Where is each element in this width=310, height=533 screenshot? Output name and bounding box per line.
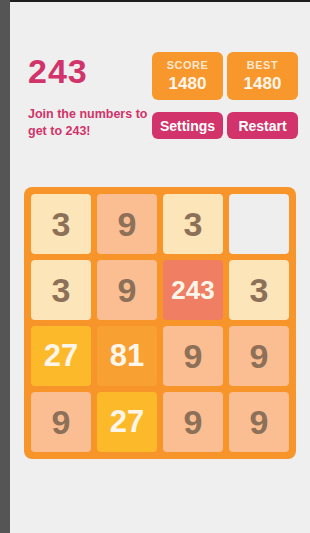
score-value: 1480 (169, 74, 207, 94)
tile-9: 9 (229, 326, 289, 386)
score-label: SCORE (167, 59, 209, 71)
tile-3: 3 (31, 194, 91, 254)
tile-9: 9 (31, 392, 91, 452)
tile-3: 3 (163, 194, 223, 254)
tile-9: 9 (97, 260, 157, 320)
empty-cell (229, 194, 289, 254)
tile-3: 3 (31, 260, 91, 320)
tile-9: 9 (163, 326, 223, 386)
tile-243: 243 (163, 260, 223, 320)
tile-27: 27 (31, 326, 91, 386)
board-grid[interactable]: 39339243327819992799 (24, 187, 296, 459)
tile-9: 9 (97, 194, 157, 254)
restart-button[interactable]: Restart (227, 112, 298, 139)
tile-81: 81 (97, 326, 157, 386)
goal-text-line1: Join the numbers to (28, 107, 147, 121)
goal-text-line2: get to 243! (28, 124, 91, 138)
goal-text: Join the numbers to get to 243! (28, 106, 168, 140)
settings-button[interactable]: Settings (152, 112, 223, 139)
score-box: SCORE 1480 (152, 52, 223, 100)
best-value: 1480 (244, 74, 282, 94)
tile-3: 3 (229, 260, 289, 320)
best-box: BEST 1480 (227, 52, 298, 100)
app-screen: 243 Join the numbers to get to 243! SCOR… (10, 0, 310, 533)
page-title: 243 (28, 53, 88, 89)
tile-27: 27 (97, 392, 157, 452)
tile-9: 9 (229, 392, 289, 452)
best-label: BEST (247, 59, 278, 71)
status-bar (10, 0, 310, 2)
tile-9: 9 (163, 392, 223, 452)
